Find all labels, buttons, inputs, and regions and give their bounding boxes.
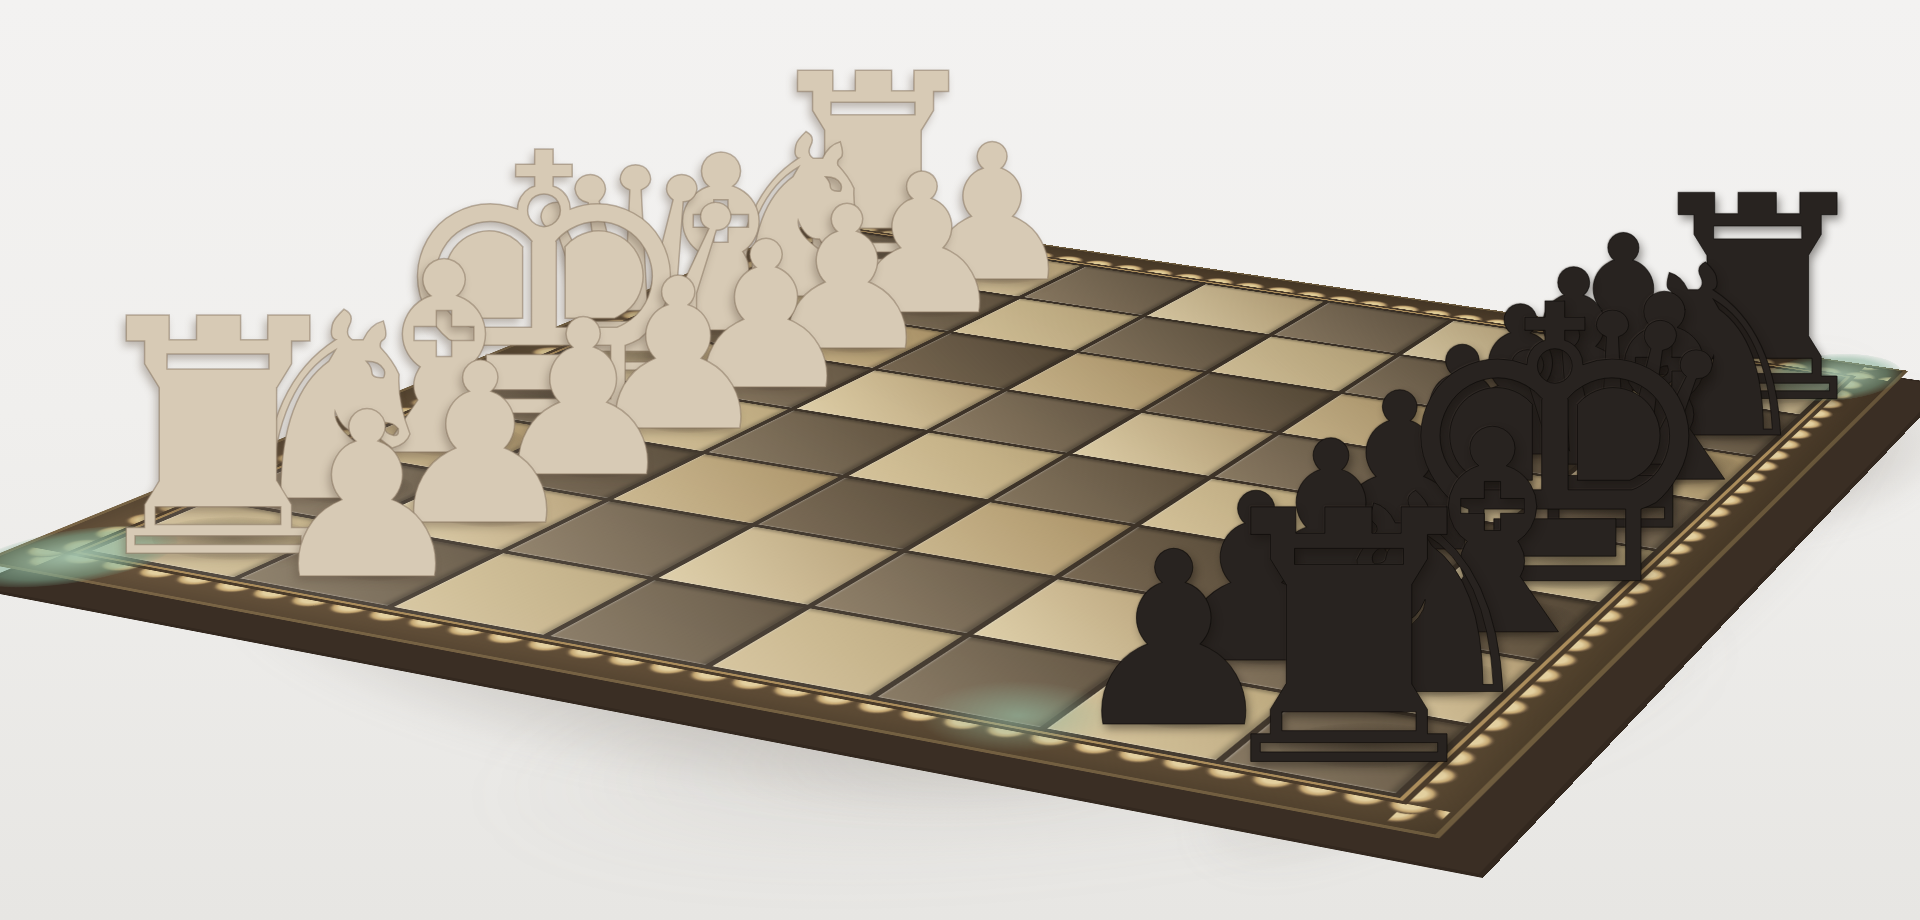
piece-black-rook: ♜ [1193,466,1506,815]
black-rook-icon: ♜ [1193,466,1506,815]
piece-white-pawn: ♟ [264,382,470,611]
chess-set-photograph: ♜♞♝♚♛♝♞♜♟♟♟♟♟♟♟♟♟♟♟♟♟♟♟♟♜♞♝♚♛♝♞♜ [0,0,1920,920]
white-pawn-icon: ♟ [264,382,470,611]
pieces-layer: ♜♞♝♚♛♝♞♜♟♟♟♟♟♟♟♟♟♟♟♟♟♟♟♟♜♞♝♚♛♝♞♜ [0,0,1920,920]
